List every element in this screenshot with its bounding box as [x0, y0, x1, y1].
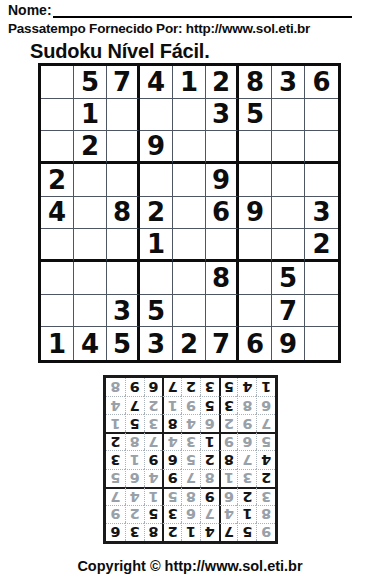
solution-cell-r2c5: 6 [181, 505, 200, 523]
puzzle-cell-r2c1 [41, 99, 74, 132]
puzzle-cell-r8c7 [239, 295, 272, 328]
puzzle-cell-r3c1 [41, 131, 74, 164]
solution-cell-r3c4: 9 [199, 487, 218, 505]
puzzle-cell-r7c1 [41, 262, 74, 295]
solution-area: 9574128368147635293269851472318794654782… [0, 375, 380, 544]
solution-cell-r4c2: 3 [237, 469, 256, 487]
solution-cell-r5c6: 6 [162, 450, 181, 468]
solution-cell-r6c9: 2 [106, 432, 125, 450]
puzzle-cell-r5c1: 4 [41, 197, 74, 230]
solution-cell-r2c3: 4 [218, 505, 237, 523]
solution-cell-r6c1: 5 [256, 432, 275, 450]
puzzle-cell-r7c7 [239, 262, 272, 295]
solution-cell-r3c3: 6 [218, 487, 237, 505]
puzzle-cell-r5c4: 2 [140, 197, 173, 230]
solution-cell-r7c1: 7 [256, 414, 275, 432]
puzzle-cell-r7c4 [140, 262, 173, 295]
solution-cell-r8c9: 4 [106, 396, 125, 414]
puzzle-cell-r6c2 [74, 229, 107, 262]
solution-cell-r8c1: 6 [256, 396, 275, 414]
solution-cell-r8c5: 9 [181, 396, 200, 414]
puzzle-cell-r5c6: 6 [206, 197, 239, 230]
solution-cell-r3c6: 5 [162, 487, 181, 505]
solution-cell-r5c3: 8 [218, 450, 237, 468]
puzzle-cell-r2c3 [107, 99, 140, 132]
solution-cell-r6c8: 8 [124, 432, 143, 450]
puzzle-cell-r2c5 [173, 99, 206, 132]
puzzle-cell-r2c6: 3 [206, 99, 239, 132]
puzzle-cell-r1c5: 1 [173, 66, 206, 99]
puzzle-cell-r1c4: 4 [140, 66, 173, 99]
solution-cell-r3c7: 1 [143, 487, 162, 505]
solution-cell-r9c4: 3 [199, 378, 218, 396]
solution-cell-r5c9: 3 [106, 450, 125, 468]
solution-cell-r6c6: 4 [162, 432, 181, 450]
solution-cell-r7c2: 9 [237, 414, 256, 432]
puzzle-cell-r9c1: 1 [41, 327, 74, 360]
solution-cell-r4c1: 2 [256, 469, 275, 487]
solution-cell-r5c8: 1 [124, 450, 143, 468]
solution-cell-r9c7: 6 [143, 378, 162, 396]
solution-cell-r8c2: 8 [237, 396, 256, 414]
puzzle-cell-r6c8 [272, 229, 305, 262]
puzzle-cell-r3c5 [173, 131, 206, 164]
puzzle-cell-r7c3 [107, 262, 140, 295]
solution-cell-r9c6: 7 [162, 378, 181, 396]
puzzle-cell-r4c1: 2 [41, 164, 74, 197]
solution-cell-r4c4: 8 [199, 469, 218, 487]
solution-cell-r5c2: 7 [237, 450, 256, 468]
solution-cell-r7c6: 8 [162, 414, 181, 432]
puzzle-cell-r6c5 [173, 229, 206, 262]
solution-cell-r5c1: 4 [256, 450, 275, 468]
sudoku-solution-grid-rotated: 9574128368147635293269851472318794654782… [103, 375, 278, 544]
puzzle-cell-r4c6: 9 [206, 164, 239, 197]
puzzle-cell-r6c7 [239, 229, 272, 262]
puzzle-cell-r5c8 [272, 197, 305, 230]
page-title: Sudoku Nível Fácil. [30, 40, 210, 63]
solution-cell-r9c9: 8 [106, 378, 125, 396]
solution-cell-r4c3: 1 [218, 469, 237, 487]
solution-cell-r7c9: 1 [106, 414, 125, 432]
solution-cell-r4c7: 4 [143, 469, 162, 487]
sudoku-worksheet-page: Nome: Passatempo Fornecido Por: http://w… [0, 0, 380, 585]
puzzle-cell-r2c2: 1 [74, 99, 107, 132]
puzzle-cell-r6c4: 1 [140, 229, 173, 262]
puzzle-cell-r6c6 [206, 229, 239, 262]
puzzle-cell-r9c7: 6 [239, 327, 272, 360]
puzzle-cell-r6c1 [41, 229, 74, 262]
solution-cell-r1c8: 3 [124, 523, 143, 541]
puzzle-cell-r8c1 [41, 295, 74, 328]
solution-cell-r1c6: 2 [162, 523, 181, 541]
solution-cell-r9c8: 9 [124, 378, 143, 396]
puzzle-cell-r1c3: 7 [107, 66, 140, 99]
puzzle-cell-r9c2: 4 [74, 327, 107, 360]
puzzle-cell-r1c6: 2 [206, 66, 239, 99]
solution-cell-r2c6: 3 [162, 505, 181, 523]
puzzle-cell-r6c9: 2 [305, 229, 338, 262]
solution-cell-r7c7: 3 [143, 414, 162, 432]
puzzle-cell-r6c3 [107, 229, 140, 262]
solution-cell-r5c5: 5 [181, 450, 200, 468]
sudoku-puzzle-grid: 574128361352929482693128535714532769 [38, 63, 341, 363]
puzzle-cell-r8c8: 7 [272, 295, 305, 328]
solution-cell-r8c7: 2 [143, 396, 162, 414]
solution-cell-r8c4: 5 [199, 396, 218, 414]
name-row: Nome: [8, 2, 352, 18]
puzzle-cell-r9c5: 2 [173, 327, 206, 360]
solution-cell-r1c7: 8 [143, 523, 162, 541]
solution-cell-r3c9: 7 [106, 487, 125, 505]
solution-cell-r1c9: 6 [106, 523, 125, 541]
name-fill-line [53, 2, 352, 18]
puzzle-cell-r9c9 [305, 327, 338, 360]
puzzle-cell-r4c5 [173, 164, 206, 197]
solution-cell-r3c5: 8 [181, 487, 200, 505]
puzzle-cell-r3c3 [107, 131, 140, 164]
solution-cell-r2c8: 2 [124, 505, 143, 523]
solution-cell-r4c9: 5 [106, 469, 125, 487]
puzzle-cell-r1c2: 5 [74, 66, 107, 99]
solution-cell-r1c2: 5 [237, 523, 256, 541]
puzzle-cell-r8c6 [206, 295, 239, 328]
puzzle-cell-r8c3: 3 [107, 295, 140, 328]
solution-cell-r5c4: 2 [199, 450, 218, 468]
solution-cell-r2c2: 1 [237, 505, 256, 523]
puzzle-cell-r3c8 [272, 131, 305, 164]
solution-cell-r1c5: 1 [181, 523, 200, 541]
provider-line: Passatempo Fornecido Por: http://www.sol… [8, 21, 310, 36]
solution-cell-r7c3: 2 [218, 414, 237, 432]
puzzle-cell-r5c7: 9 [239, 197, 272, 230]
puzzle-cell-r2c4 [140, 99, 173, 132]
puzzle-cell-r2c7: 5 [239, 99, 272, 132]
solution-cell-r6c2: 6 [237, 432, 256, 450]
puzzle-cell-r1c1 [41, 66, 74, 99]
solution-cell-r4c5: 7 [181, 469, 200, 487]
name-label: Nome: [8, 2, 52, 18]
puzzle-cell-r5c2 [74, 197, 107, 230]
puzzle-cell-r4c3 [107, 164, 140, 197]
copyright-line: Copyright © http://www.sol.eti.br [0, 558, 380, 574]
puzzle-cell-r4c2 [74, 164, 107, 197]
solution-cell-r7c8: 5 [124, 414, 143, 432]
puzzle-cell-r4c4 [140, 164, 173, 197]
solution-cell-r9c5: 2 [181, 378, 200, 396]
puzzle-cell-r7c2 [74, 262, 107, 295]
solution-cell-r2c4: 7 [199, 505, 218, 523]
puzzle-cell-r3c7 [239, 131, 272, 164]
puzzle-cell-r7c8: 5 [272, 262, 305, 295]
puzzle-cell-r1c8: 3 [272, 66, 305, 99]
puzzle-cell-r3c9 [305, 131, 338, 164]
solution-cell-r8c3: 3 [218, 396, 237, 414]
solution-cell-r1c3: 7 [218, 523, 237, 541]
puzzle-cell-r1c7: 8 [239, 66, 272, 99]
puzzle-cell-r7c5 [173, 262, 206, 295]
puzzle-cell-r7c6: 8 [206, 262, 239, 295]
puzzle-cell-r9c6: 7 [206, 327, 239, 360]
solution-cell-r4c6: 9 [162, 469, 181, 487]
puzzle-cell-r1c9: 6 [305, 66, 338, 99]
solution-cell-r6c7: 7 [143, 432, 162, 450]
solution-cell-r3c1: 3 [256, 487, 275, 505]
puzzle-cell-r4c8 [272, 164, 305, 197]
solution-cell-r6c4: 1 [199, 432, 218, 450]
solution-cell-r6c5: 3 [181, 432, 200, 450]
solution-cell-r7c4: 6 [199, 414, 218, 432]
solution-cell-r2c9: 9 [106, 505, 125, 523]
puzzle-cell-r8c5 [173, 295, 206, 328]
solution-cell-r6c3: 9 [218, 432, 237, 450]
puzzle-cell-r5c5 [173, 197, 206, 230]
solution-cell-r8c8: 7 [124, 396, 143, 414]
puzzle-cell-r3c2: 2 [74, 131, 107, 164]
puzzle-cell-r2c9 [305, 99, 338, 132]
puzzle-cell-r4c9 [305, 164, 338, 197]
puzzle-cell-r8c2 [74, 295, 107, 328]
solution-cell-r9c2: 4 [237, 378, 256, 396]
solution-cell-r2c7: 5 [143, 505, 162, 523]
solution-cell-r9c1: 1 [256, 378, 275, 396]
solution-cell-r1c1: 9 [256, 523, 275, 541]
puzzle-cell-r2c8 [272, 99, 305, 132]
solution-cell-r7c5: 4 [181, 414, 200, 432]
puzzle-cell-r7c9 [305, 262, 338, 295]
puzzle-cell-r5c3: 8 [107, 197, 140, 230]
puzzle-cell-r9c8: 9 [272, 327, 305, 360]
solution-cell-r4c8: 6 [124, 469, 143, 487]
puzzle-cell-r3c4: 9 [140, 131, 173, 164]
puzzle-cell-r8c4: 5 [140, 295, 173, 328]
puzzle-cell-r5c9: 3 [305, 197, 338, 230]
solution-cell-r8c6: 1 [162, 396, 181, 414]
puzzle-cell-r9c3: 5 [107, 327, 140, 360]
solution-cell-r2c1: 8 [256, 505, 275, 523]
solution-cell-r1c4: 4 [199, 523, 218, 541]
puzzle-cell-r3c6 [206, 131, 239, 164]
solution-cell-r9c3: 5 [218, 378, 237, 396]
solution-cell-r3c8: 4 [124, 487, 143, 505]
puzzle-cell-r4c7 [239, 164, 272, 197]
puzzle-cell-r9c4: 3 [140, 327, 173, 360]
solution-cell-r5c7: 9 [143, 450, 162, 468]
solution-cell-r3c2: 2 [237, 487, 256, 505]
puzzle-cell-r8c9 [305, 295, 338, 328]
